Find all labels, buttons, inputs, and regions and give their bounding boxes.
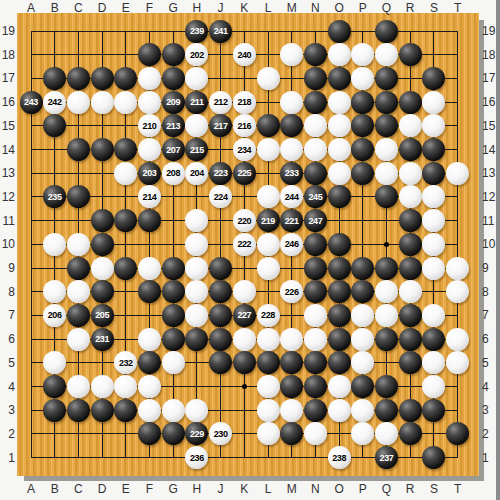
move-number: 228 — [261, 310, 275, 320]
stone-black-M13[interactable]: 233 — [280, 162, 303, 185]
stone-black-Q19[interactable] — [375, 20, 398, 43]
stone-black-C17[interactable] — [67, 67, 90, 90]
stone-white-K18[interactable]: 240 — [233, 43, 256, 66]
stone-white-R8[interactable] — [399, 280, 422, 303]
stone-black-E9[interactable] — [114, 257, 137, 280]
move-number: 205 — [95, 310, 109, 320]
stone-black-R16[interactable] — [399, 91, 422, 114]
stone-black-J13[interactable]: 223 — [209, 162, 232, 185]
stone-white-S9[interactable] — [422, 257, 445, 280]
move-number: 214 — [143, 192, 157, 202]
coord-row-8-left: 8 — [0, 285, 15, 299]
coord-col-K-top: K — [237, 1, 251, 15]
coord-row-13-left: 13 — [0, 166, 15, 180]
move-number: 245 — [308, 192, 322, 202]
stone-white-M16[interactable] — [280, 91, 303, 114]
coord-col-T-bottom: T — [451, 482, 465, 496]
stone-black-J6[interactable] — [209, 328, 232, 351]
stone-black-R7[interactable] — [399, 304, 422, 327]
stone-white-R15[interactable] — [399, 114, 422, 137]
stone-white-L4[interactable] — [257, 375, 280, 398]
stone-black-N9[interactable] — [304, 257, 327, 280]
stone-black-R6[interactable] — [399, 328, 422, 351]
move-number: 211 — [190, 97, 203, 107]
move-number: 247 — [308, 216, 322, 226]
coord-row-1-left: 1 — [0, 451, 15, 465]
move-number: 203 — [143, 168, 157, 178]
stone-white-Q7[interactable] — [375, 304, 398, 327]
coord-row-6-right: 6 — [482, 332, 497, 346]
stone-white-K6[interactable] — [233, 328, 256, 351]
move-number: 240 — [237, 50, 251, 60]
move-number: 226 — [285, 287, 299, 297]
move-number: 235 — [48, 192, 62, 202]
stone-white-L2[interactable] — [257, 422, 280, 445]
stone-black-O10[interactable] — [328, 233, 351, 256]
stone-black-G9[interactable] — [162, 257, 185, 280]
coord-col-P-top: P — [356, 1, 370, 15]
stone-white-F3[interactable] — [138, 399, 161, 422]
stone-black-C7[interactable] — [67, 304, 90, 327]
coord-row-8-right: 8 — [482, 285, 497, 299]
move-number: 227 — [237, 310, 251, 320]
move-number: 241 — [214, 26, 228, 36]
stone-black-D6[interactable]: 231 — [91, 328, 114, 351]
stone-white-O3[interactable] — [328, 399, 351, 422]
move-number: 217 — [214, 121, 228, 131]
stone-black-F13[interactable]: 203 — [138, 162, 161, 185]
stone-black-O17[interactable] — [328, 67, 351, 90]
move-number: 212 — [214, 97, 228, 107]
stone-white-K8[interactable] — [233, 280, 256, 303]
stone-white-F14[interactable] — [138, 138, 161, 161]
coord-col-H-top: H — [190, 1, 204, 15]
move-number: 234 — [237, 145, 251, 155]
coord-col-F-top: F — [143, 1, 157, 15]
stone-white-C6[interactable] — [67, 328, 90, 351]
move-number: 218 — [237, 97, 251, 107]
move-number: 233 — [285, 168, 299, 178]
move-number: 209 — [166, 97, 180, 107]
stone-white-B16[interactable]: 242 — [43, 91, 66, 114]
coord-col-S-bottom: S — [427, 482, 441, 496]
coord-row-9-right: 9 — [482, 261, 497, 275]
stone-black-N4[interactable] — [304, 375, 327, 398]
stone-black-S3[interactable] — [422, 399, 445, 422]
coord-col-G-bottom: G — [166, 482, 180, 496]
move-number: 215 — [190, 145, 204, 155]
move-number: 246 — [285, 239, 299, 249]
coord-col-J-bottom: J — [214, 482, 228, 496]
stone-black-G16[interactable]: 209 — [162, 91, 185, 114]
stone-black-K7[interactable]: 227 — [233, 304, 256, 327]
stone-black-C3[interactable] — [67, 399, 90, 422]
coord-row-14-left: 14 — [0, 143, 15, 157]
coord-col-C-top: C — [71, 1, 85, 15]
coord-col-B-bottom: B — [48, 482, 62, 496]
stone-white-K14[interactable]: 234 — [233, 138, 256, 161]
stone-white-M6[interactable] — [280, 328, 303, 351]
coord-row-13-right: 13 — [482, 166, 497, 180]
star-point — [242, 384, 247, 389]
coord-col-F-bottom: F — [143, 482, 157, 496]
stone-black-G2[interactable] — [162, 422, 185, 445]
stone-white-L14[interactable] — [257, 138, 280, 161]
move-number: 232 — [119, 358, 133, 368]
stone-white-T13[interactable] — [446, 162, 469, 185]
stone-black-R2[interactable] — [399, 422, 422, 445]
coord-row-3-right: 3 — [482, 403, 497, 417]
coord-col-O-bottom: O — [332, 482, 346, 496]
coord-col-L-top: L — [261, 1, 275, 15]
stone-black-N10[interactable] — [304, 233, 327, 256]
coord-col-J-top: J — [214, 1, 228, 15]
go-diagram-screen: 2392412022402432422092112122182102132172… — [0, 0, 500, 500]
stone-black-R9[interactable] — [399, 257, 422, 280]
stone-black-P16[interactable] — [351, 91, 374, 114]
stone-black-G15[interactable]: 213 — [162, 114, 185, 137]
stone-black-G18[interactable] — [162, 43, 185, 66]
stone-white-T9[interactable] — [446, 257, 469, 280]
coord-col-E-top: E — [119, 1, 133, 15]
stone-black-D14[interactable] — [91, 138, 114, 161]
stone-white-O18[interactable] — [328, 43, 351, 66]
move-number: 225 — [237, 168, 251, 178]
stone-white-H9[interactable] — [185, 257, 208, 280]
stone-white-L9[interactable] — [257, 257, 280, 280]
stone-white-L7[interactable]: 228 — [257, 304, 280, 327]
stone-black-R10[interactable] — [399, 233, 422, 256]
stone-black-H6[interactable] — [185, 328, 208, 351]
stone-black-A16[interactable]: 243 — [20, 91, 43, 114]
stone-black-J19[interactable]: 241 — [209, 20, 232, 43]
stone-white-K10[interactable]: 222 — [233, 233, 256, 256]
stone-white-J16[interactable]: 212 — [209, 91, 232, 114]
coord-row-15-right: 15 — [482, 119, 497, 133]
stone-black-Q17[interactable] — [375, 67, 398, 90]
stone-white-C4[interactable] — [67, 375, 90, 398]
move-number: 224 — [214, 192, 228, 202]
stone-white-D9[interactable] — [91, 257, 114, 280]
move-number: 221 — [285, 216, 299, 226]
coord-row-11-left: 11 — [0, 214, 15, 228]
move-number: 216 — [237, 121, 251, 131]
coord-col-B-top: B — [48, 1, 62, 15]
stone-black-G7[interactable] — [162, 304, 185, 327]
stone-black-O9[interactable] — [328, 257, 351, 280]
stone-black-N8[interactable] — [304, 280, 327, 303]
stone-black-P13[interactable] — [351, 162, 374, 185]
stone-black-Q1[interactable]: 237 — [375, 446, 398, 469]
stone-white-H13[interactable]: 204 — [185, 162, 208, 185]
stone-black-G17[interactable] — [162, 67, 185, 90]
window-edge-strip — [496, 0, 500, 500]
stone-white-L6[interactable] — [257, 328, 280, 351]
stone-white-M10[interactable]: 246 — [280, 233, 303, 256]
stone-white-R12[interactable] — [399, 185, 422, 208]
coord-row-7-right: 7 — [482, 308, 497, 322]
stone-white-S16[interactable] — [422, 91, 445, 114]
move-number: 244 — [285, 192, 299, 202]
move-number: 213 — [166, 121, 180, 131]
coord-col-N-top: N — [308, 1, 322, 15]
stone-white-G13[interactable]: 208 — [162, 162, 185, 185]
stone-black-P9[interactable] — [351, 257, 374, 280]
stone-white-Q13[interactable] — [375, 162, 398, 185]
move-number: 208 — [166, 168, 180, 178]
coord-row-10-left: 10 — [0, 237, 15, 251]
stone-white-M3[interactable] — [280, 399, 303, 422]
coord-row-4-right: 4 — [482, 380, 497, 394]
stone-white-O13[interactable] — [328, 162, 351, 185]
stone-white-K11[interactable]: 220 — [233, 209, 256, 232]
move-number: 219 — [261, 216, 275, 226]
stone-white-B10[interactable] — [43, 233, 66, 256]
coord-row-3-left: 3 — [0, 403, 15, 417]
move-number: 231 — [95, 334, 109, 344]
coord-col-Q-top: Q — [380, 1, 394, 15]
stone-black-D11[interactable] — [91, 209, 114, 232]
stone-black-N17[interactable] — [304, 67, 327, 90]
coord-col-D-top: D — [95, 1, 109, 15]
coord-row-4-left: 4 — [0, 380, 15, 394]
stone-black-N16[interactable] — [304, 91, 327, 114]
stone-black-L11[interactable]: 219 — [257, 209, 280, 232]
stone-black-O12[interactable] — [328, 185, 351, 208]
stone-white-T6[interactable] — [446, 328, 469, 351]
coord-col-A-top: A — [24, 1, 38, 15]
coord-row-5-left: 5 — [0, 356, 15, 370]
stone-black-D10[interactable] — [91, 233, 114, 256]
coord-col-R-bottom: R — [403, 482, 417, 496]
coord-col-D-bottom: D — [95, 482, 109, 496]
coord-row-2-left: 2 — [0, 427, 15, 441]
stone-black-B17[interactable] — [43, 67, 66, 90]
stone-white-F4[interactable] — [138, 375, 161, 398]
stone-black-Q16[interactable] — [375, 91, 398, 114]
coord-col-G-top: G — [166, 1, 180, 15]
move-number: 220 — [237, 216, 251, 226]
stone-white-E13[interactable] — [114, 162, 137, 185]
stone-black-K5[interactable] — [233, 351, 256, 374]
coord-row-10-right: 10 — [482, 237, 497, 251]
stone-black-D8[interactable] — [91, 280, 114, 303]
move-number: 230 — [214, 429, 228, 439]
stone-black-G6[interactable] — [162, 328, 185, 351]
stone-black-O6[interactable] — [328, 328, 351, 351]
coord-row-2-right: 2 — [482, 427, 497, 441]
stone-black-N13[interactable] — [304, 162, 327, 185]
stone-black-C14[interactable] — [67, 138, 90, 161]
stone-white-F17[interactable] — [138, 67, 161, 90]
stone-black-S13[interactable] — [422, 162, 445, 185]
move-number: 229 — [190, 429, 204, 439]
star-point — [384, 242, 389, 247]
stone-white-K16[interactable]: 218 — [233, 91, 256, 114]
stone-black-G14[interactable]: 207 — [162, 138, 185, 161]
stone-white-O15[interactable] — [328, 114, 351, 137]
stone-white-Q14[interactable] — [375, 138, 398, 161]
coord-row-16-left: 16 — [0, 95, 15, 109]
stone-white-N14[interactable] — [304, 138, 327, 161]
move-number: 238 — [332, 453, 346, 463]
coord-col-K-bottom: K — [237, 482, 251, 496]
coord-col-M-bottom: M — [285, 482, 299, 496]
stone-black-Q9[interactable] — [375, 257, 398, 280]
stone-black-O8[interactable] — [328, 280, 351, 303]
stone-white-K15[interactable]: 216 — [233, 114, 256, 137]
coord-col-A-bottom: A — [24, 482, 38, 496]
stone-white-O4[interactable] — [328, 375, 351, 398]
stone-white-L12[interactable] — [257, 185, 280, 208]
move-number: 236 — [190, 453, 204, 463]
stone-white-D16[interactable] — [91, 91, 114, 114]
stone-black-K13[interactable]: 225 — [233, 162, 256, 185]
stone-black-F11[interactable] — [138, 209, 161, 232]
move-number: 222 — [237, 239, 251, 249]
stone-white-F16[interactable] — [138, 91, 161, 114]
stone-black-Q3[interactable] — [375, 399, 398, 422]
stone-black-R18[interactable] — [399, 43, 422, 66]
stone-black-H19[interactable]: 239 — [185, 20, 208, 43]
stone-white-L10[interactable] — [257, 233, 280, 256]
stone-white-C16[interactable] — [67, 91, 90, 114]
stone-white-C8[interactable] — [67, 280, 90, 303]
move-number: 210 — [143, 121, 157, 131]
stone-white-H3[interactable] — [185, 399, 208, 422]
move-number: 243 — [24, 97, 38, 107]
coord-row-17-left: 17 — [0, 71, 15, 85]
stone-black-N18[interactable] — [304, 43, 327, 66]
stone-white-F9[interactable] — [138, 257, 161, 280]
stone-white-P3[interactable] — [351, 399, 374, 422]
move-number: 204 — [190, 168, 204, 178]
coord-row-16-right: 16 — [482, 95, 497, 109]
stone-black-E3[interactable] — [114, 399, 137, 422]
coord-col-T-top: T — [451, 1, 465, 15]
stone-white-N7[interactable] — [304, 304, 327, 327]
stone-black-S6[interactable] — [422, 328, 445, 351]
move-number: 239 — [190, 26, 204, 36]
stone-white-O1[interactable]: 238 — [328, 446, 351, 469]
coord-col-E-bottom: E — [119, 482, 133, 496]
coord-col-L-bottom: L — [261, 482, 275, 496]
stone-white-G3[interactable] — [162, 399, 185, 422]
move-number: 207 — [166, 145, 180, 155]
stone-white-D4[interactable] — [91, 375, 114, 398]
stone-black-L15[interactable] — [257, 114, 280, 137]
stone-white-E16[interactable] — [114, 91, 137, 114]
coord-row-12-right: 12 — [482, 190, 497, 204]
stone-white-R13[interactable] — [399, 162, 422, 185]
coord-col-R-top: R — [403, 1, 417, 15]
stone-black-H16[interactable]: 211 — [185, 91, 208, 114]
coord-row-18-right: 18 — [482, 48, 497, 62]
coord-col-Q-bottom: Q — [380, 482, 394, 496]
coord-col-S-top: S — [427, 1, 441, 15]
coord-row-5-right: 5 — [482, 356, 497, 370]
coord-col-N-bottom: N — [308, 482, 322, 496]
stone-black-Q4[interactable] — [375, 375, 398, 398]
stone-white-C10[interactable] — [67, 233, 90, 256]
stone-black-G8[interactable] — [162, 280, 185, 303]
stone-white-B7[interactable]: 206 — [43, 304, 66, 327]
grid-line-v — [457, 31, 458, 458]
stone-white-F6[interactable] — [138, 328, 161, 351]
coord-row-12-left: 12 — [0, 190, 15, 204]
stone-black-O7[interactable] — [328, 304, 351, 327]
stone-black-J7[interactable] — [209, 304, 232, 327]
stone-black-C9[interactable] — [67, 257, 90, 280]
coord-row-1-right: 1 — [482, 451, 497, 465]
move-number: 237 — [380, 453, 394, 463]
coord-row-6-left: 6 — [0, 332, 15, 346]
coord-row-19-left: 19 — [0, 24, 15, 38]
coord-row-14-right: 14 — [482, 143, 497, 157]
stone-black-O5[interactable] — [328, 351, 351, 374]
stone-white-O16[interactable] — [328, 91, 351, 114]
move-number: 206 — [48, 310, 62, 320]
move-number: 202 — [190, 50, 204, 60]
stone-black-N3[interactable] — [304, 399, 327, 422]
stone-white-P6[interactable] — [351, 328, 374, 351]
coord-row-15-left: 15 — [0, 119, 15, 133]
stone-white-G5[interactable] — [162, 351, 185, 374]
stone-black-R11[interactable] — [399, 209, 422, 232]
coord-col-C-bottom: C — [71, 482, 85, 496]
stone-black-D3[interactable] — [91, 399, 114, 422]
stone-black-N11[interactable]: 247 — [304, 209, 327, 232]
coord-row-11-right: 11 — [482, 214, 497, 228]
move-number: 223 — [214, 168, 228, 178]
stone-white-O14[interactable] — [328, 138, 351, 161]
coord-col-H-bottom: H — [190, 482, 204, 496]
stone-black-J9[interactable] — [209, 257, 232, 280]
move-number: 242 — [48, 97, 62, 107]
stone-black-D7[interactable]: 205 — [91, 304, 114, 327]
stone-black-L5[interactable] — [257, 351, 280, 374]
stone-black-Q6[interactable] — [375, 328, 398, 351]
coord-row-19-right: 19 — [482, 24, 497, 38]
coord-row-7-left: 7 — [0, 308, 15, 322]
stone-white-L17[interactable] — [257, 67, 280, 90]
coord-col-O-top: O — [332, 1, 346, 15]
coord-col-P-bottom: P — [356, 482, 370, 496]
stone-black-O19[interactable] — [328, 20, 351, 43]
stone-white-N6[interactable] — [304, 328, 327, 351]
stone-black-R5[interactable] — [399, 351, 422, 374]
stone-white-L3[interactable] — [257, 399, 280, 422]
coord-row-17-right: 17 — [482, 71, 497, 85]
stone-black-R14[interactable] — [399, 138, 422, 161]
coord-row-9-left: 9 — [0, 261, 15, 275]
coord-row-18-left: 18 — [0, 48, 15, 62]
stone-black-D17[interactable] — [91, 67, 114, 90]
stone-black-R3[interactable] — [399, 399, 422, 422]
coord-col-M-top: M — [285, 1, 299, 15]
stone-black-B3[interactable] — [43, 399, 66, 422]
